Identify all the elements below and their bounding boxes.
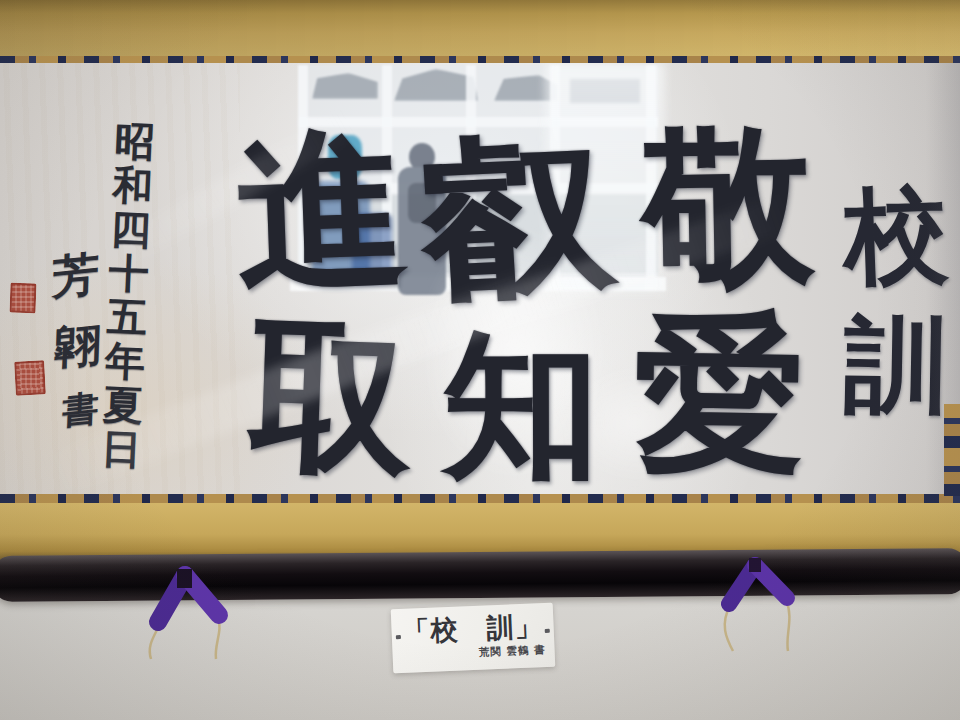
artist-seal: [14, 360, 46, 396]
calligraphy-char-shin: 進: [219, 112, 425, 307]
calligraphy-char-ei: 叡: [399, 118, 638, 316]
label-card: 「校 訓」 荒関 雲鶴 書: [391, 603, 556, 674]
signature-char: 翶: [47, 310, 110, 380]
ribbon-right: [712, 554, 812, 659]
date-char: 昭: [102, 118, 168, 164]
motto-column-keiai: 敬 愛: [628, 111, 828, 487]
brocade-border-bottom: [0, 494, 960, 503]
brocade-border-right: [944, 404, 960, 496]
cord: [725, 606, 733, 651]
calligraphy-char-kei: 敬: [626, 109, 829, 300]
gold-mat-top: [0, 0, 960, 60]
calligraphy-paper: 校 訓 敬 愛 叡 知 進 取 昭 和 四 十 五 年 夏 日 芳 翶 書: [0, 63, 960, 494]
label-attribution: 荒関 雲鶴 書: [479, 643, 546, 660]
signature-char: 書: [49, 380, 111, 438]
calligraphy-char-shu: 取: [233, 304, 429, 489]
artist-seal: [9, 283, 36, 314]
signature-char: 芳: [44, 240, 107, 310]
motto-column-shinshu: 進 取: [222, 115, 422, 491]
calligraphy-char-ai: 愛: [618, 297, 821, 488]
ribbon-hook: [177, 569, 192, 588]
photo-framed-calligraphy: 校 訓 敬 愛 叡 知 進 取 昭 和 四 十 五 年 夏 日 芳 翶 書: [0, 0, 960, 720]
date-char: 和: [100, 162, 166, 208]
date-char: 四: [98, 206, 164, 252]
ribbon-left: [138, 566, 248, 666]
brocade-border-top: [0, 56, 960, 63]
calligraphy-char-chi: 知: [430, 319, 614, 492]
cord: [786, 600, 789, 651]
rooftop-reflection: [312, 73, 378, 99]
motto-column-eichi: 叡 知: [418, 123, 618, 494]
signature-column: 芳 翶 書: [45, 242, 112, 436]
ribbon-hook: [749, 558, 761, 572]
